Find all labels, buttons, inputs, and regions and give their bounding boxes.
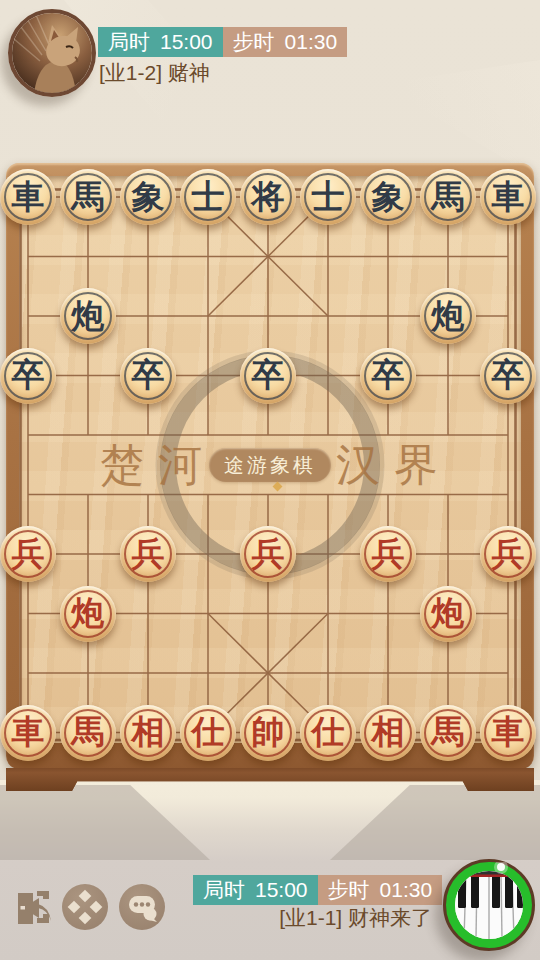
piece-red-king[interactable]: 帥 [240,705,296,761]
piece-red-cannon[interactable]: 炮 [420,586,476,642]
piece-black-horse[interactable]: 馬 [420,169,476,225]
bottom-game-timer-badge: 局时15:00 [193,875,318,905]
menu-button[interactable] [62,884,108,930]
xiangqi-board[interactable]: 楚河 汉界 途游象棋 車馬象士将士象馬車炮炮卒卒卒卒卒兵兵兵兵兵炮炮車馬相仕帥仕… [6,163,534,769]
top-game-timer-badge: 局时15:00 [98,27,223,57]
bottom-player-name: [业1-1] 财神来了 [279,905,432,931]
piece-red-soldier[interactable]: 兵 [120,526,176,582]
piece-black-horse[interactable]: 馬 [60,169,116,225]
piece-black-soldier[interactable]: 卒 [360,348,416,404]
top-timer-badges: 局时15:00 步时01:30 [98,27,347,57]
piece-red-horse[interactable]: 馬 [420,705,476,761]
piece-black-cannon[interactable]: 炮 [420,288,476,344]
top-player-avatar[interactable] [8,9,96,97]
game-screen: 局时15:00 步时01:30 [业1-2] 赌神 [0,0,540,960]
piece-red-advisor[interactable]: 仕 [180,705,236,761]
bottom-player-avatar[interactable] [443,859,535,951]
bottom-game-timer-label: 局时 [203,877,245,903]
top-game-timer-value: 15:00 [160,29,213,55]
piece-black-soldier[interactable]: 卒 [480,348,536,404]
piece-black-rook[interactable]: 車 [0,169,56,225]
piece-red-soldier[interactable]: 兵 [0,526,56,582]
exit-button[interactable] [12,884,58,930]
top-player-name: [业1-2] 赌神 [99,60,210,86]
piece-red-cannon[interactable]: 炮 [60,586,116,642]
piece-red-rook[interactable]: 車 [480,705,536,761]
piece-black-advisor[interactable]: 士 [300,169,356,225]
four-diamonds-icon [62,884,108,930]
piece-black-elephant[interactable]: 象 [120,169,176,225]
piece-red-soldier[interactable]: 兵 [480,526,536,582]
background-streak-top-right [380,60,540,180]
bottom-game-timer-value: 15:00 [255,877,308,903]
bottom-move-timer-badge: 步时01:30 [318,875,443,905]
bottom-move-timer-value: 01:30 [380,877,433,903]
chat-button[interactable] [119,884,165,930]
piece-black-elephant[interactable]: 象 [360,169,416,225]
piece-red-elephant[interactable]: 相 [120,705,176,761]
piece-red-elephant[interactable]: 相 [360,705,416,761]
piece-red-soldier[interactable]: 兵 [240,526,296,582]
piece-black-soldier[interactable]: 卒 [240,348,296,404]
piece-red-rook[interactable]: 車 [0,705,56,761]
top-move-timer-value: 01:30 [285,29,338,55]
piece-black-soldier[interactable]: 卒 [120,348,176,404]
piece-red-soldier[interactable]: 兵 [360,526,416,582]
piece-black-soldier[interactable]: 卒 [0,348,56,404]
piece-black-advisor[interactable]: 士 [180,169,236,225]
bottom-move-timer-label: 步时 [328,877,370,903]
piece-black-cannon[interactable]: 炮 [60,288,116,344]
bottom-timer-badges: 局时15:00 步时01:30 [193,875,442,905]
piece-red-horse[interactable]: 馬 [60,705,116,761]
piece-layer: 車馬象士将士象馬車炮炮卒卒卒卒卒兵兵兵兵兵炮炮車馬相仕帥仕相馬車 [6,163,534,769]
cat-avatar-image [12,13,92,93]
piece-black-rook[interactable]: 車 [480,169,536,225]
top-move-timer-badge: 步时01:30 [223,27,348,57]
exit-door-icon [12,884,58,930]
piece-black-king[interactable]: 将 [240,169,296,225]
piece-red-advisor[interactable]: 仕 [300,705,356,761]
top-move-timer-label: 步时 [233,29,275,55]
top-game-timer-label: 局时 [108,29,150,55]
piano-keys-image [446,862,532,948]
chat-bubbles-icon [119,884,165,930]
